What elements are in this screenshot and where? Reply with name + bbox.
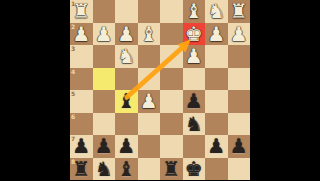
square-f4[interactable] (115, 68, 138, 91)
square-f8[interactable]: ♝ (115, 158, 138, 181)
black-pawn: ♟ (230, 135, 248, 157)
square-b3[interactable] (205, 45, 228, 68)
square-b1[interactable]: ♞ (205, 0, 228, 23)
black-pawn: ♟ (72, 135, 90, 157)
black-knight: ♞ (185, 113, 203, 135)
white-pawn: ♟ (230, 23, 248, 45)
square-c8[interactable]: ♚ (183, 158, 206, 181)
black-pawn: ♟ (117, 135, 135, 157)
black-pawn: ♟ (95, 135, 113, 157)
white-knight: ♞ (207, 0, 225, 22)
square-e1[interactable] (138, 0, 161, 23)
square-a2[interactable]: ♟ (228, 23, 251, 46)
square-d6[interactable] (160, 113, 183, 136)
square-a1[interactable]: ♜ (228, 0, 251, 23)
square-d8[interactable]: ♜ (160, 158, 183, 181)
square-b4[interactable] (205, 68, 228, 91)
black-knight: ♞ (95, 158, 113, 180)
square-g7[interactable]: ♟ (93, 135, 116, 158)
square-f3[interactable]: ♞ (115, 45, 138, 68)
square-c6[interactable]: ♞ (183, 113, 206, 136)
square-h6[interactable]: 6 (70, 113, 93, 136)
square-c7[interactable] (183, 135, 206, 158)
square-d1[interactable] (160, 0, 183, 23)
chess-board: 1♜♝♞♜2♟♟♟♝♚♟♟3♞♟45♝♟♟6♞7♟♟♟♟♟8♜♞♝♜♚ (70, 0, 250, 180)
square-a4[interactable] (228, 68, 251, 91)
white-king: ♚ (185, 23, 203, 45)
black-pawn: ♟ (207, 135, 225, 157)
rank-label: 2 (71, 23, 75, 30)
square-c2[interactable]: ♚ (183, 23, 206, 46)
square-h7[interactable]: 7♟ (70, 135, 93, 158)
square-e8[interactable] (138, 158, 161, 181)
square-f5[interactable]: ♝ (115, 90, 138, 113)
square-g8[interactable]: ♞ (93, 158, 116, 181)
square-h5[interactable]: 5 (70, 90, 93, 113)
square-h1[interactable]: 1♜ (70, 0, 93, 23)
white-pawn: ♟ (117, 23, 135, 45)
square-g5[interactable] (93, 90, 116, 113)
square-d2[interactable] (160, 23, 183, 46)
white-pawn: ♟ (140, 90, 158, 112)
square-g4[interactable] (93, 68, 116, 91)
white-bishop: ♝ (185, 0, 203, 22)
right-letterbox (250, 0, 320, 180)
square-h3[interactable]: 3 (70, 45, 93, 68)
black-rook: ♜ (72, 158, 90, 180)
black-bishop: ♝ (117, 90, 135, 112)
rank-label: 7 (71, 135, 75, 142)
square-a8[interactable] (228, 158, 251, 181)
black-king: ♚ (185, 158, 203, 180)
rank-label: 1 (71, 0, 75, 7)
square-h2[interactable]: 2♟ (70, 23, 93, 46)
black-bishop: ♝ (117, 158, 135, 180)
rank-label: 4 (71, 68, 75, 75)
square-e2[interactable]: ♝ (138, 23, 161, 46)
square-b5[interactable] (205, 90, 228, 113)
square-a6[interactable] (228, 113, 251, 136)
square-e5[interactable]: ♟ (138, 90, 161, 113)
square-d3[interactable] (160, 45, 183, 68)
rank-label: 5 (71, 90, 75, 97)
white-pawn: ♟ (95, 23, 113, 45)
black-rook: ♜ (162, 158, 180, 180)
white-rook: ♜ (72, 0, 90, 22)
square-e7[interactable] (138, 135, 161, 158)
square-g6[interactable] (93, 113, 116, 136)
square-c3[interactable]: ♟ (183, 45, 206, 68)
square-c1[interactable]: ♝ (183, 0, 206, 23)
square-f1[interactable] (115, 0, 138, 23)
square-b8[interactable] (205, 158, 228, 181)
white-pawn: ♟ (207, 23, 225, 45)
square-f2[interactable]: ♟ (115, 23, 138, 46)
square-e4[interactable] (138, 68, 161, 91)
square-f6[interactable] (115, 113, 138, 136)
square-d5[interactable] (160, 90, 183, 113)
square-c4[interactable] (183, 68, 206, 91)
rank-label: 3 (71, 45, 75, 52)
square-g2[interactable]: ♟ (93, 23, 116, 46)
square-e6[interactable] (138, 113, 161, 136)
square-d4[interactable] (160, 68, 183, 91)
square-g3[interactable] (93, 45, 116, 68)
square-d7[interactable] (160, 135, 183, 158)
square-b6[interactable] (205, 113, 228, 136)
left-letterbox (0, 0, 70, 180)
rank-label: 8 (71, 158, 75, 165)
square-b2[interactable]: ♟ (205, 23, 228, 46)
rank-label: 6 (71, 113, 75, 120)
square-g1[interactable] (93, 0, 116, 23)
black-pawn: ♟ (185, 90, 203, 112)
square-a3[interactable] (228, 45, 251, 68)
square-f7[interactable]: ♟ (115, 135, 138, 158)
white-rook: ♜ (230, 0, 248, 22)
square-a5[interactable] (228, 90, 251, 113)
square-h8[interactable]: 8♜ (70, 158, 93, 181)
square-a7[interactable]: ♟ (228, 135, 251, 158)
square-h4[interactable]: 4 (70, 68, 93, 91)
square-c5[interactable]: ♟ (183, 90, 206, 113)
white-pawn: ♟ (185, 45, 203, 67)
square-e3[interactable] (138, 45, 161, 68)
white-bishop: ♝ (140, 23, 158, 45)
white-pawn: ♟ (72, 23, 90, 45)
square-b7[interactable]: ♟ (205, 135, 228, 158)
white-knight: ♞ (117, 45, 135, 67)
